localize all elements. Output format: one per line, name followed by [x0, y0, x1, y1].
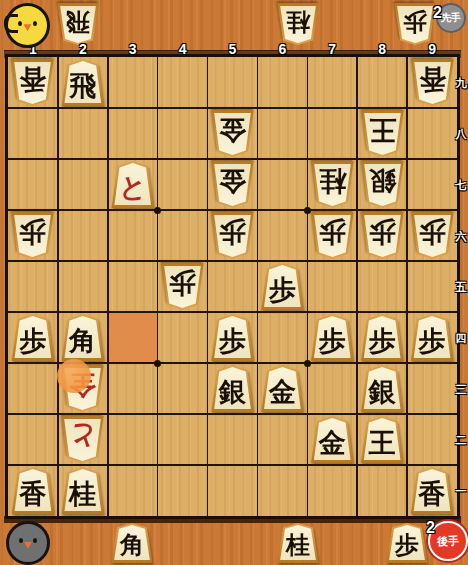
piece-glyph: 金 [210, 110, 255, 157]
piece-glyph: 香 [410, 467, 455, 514]
piece-金-7二[interactable]: 金 [310, 416, 355, 463]
square-3六[interactable] [108, 210, 158, 261]
square-1五[interactable] [8, 261, 58, 312]
file-label-9: 9 [424, 41, 440, 57]
bird-eye [19, 538, 23, 543]
piece-歩-8六[interactable]: 歩 [360, 212, 405, 259]
file-label-3: 3 [125, 41, 141, 57]
square-4九[interactable] [158, 57, 208, 108]
piece-glyph: 銀 [360, 365, 405, 412]
square-7一[interactable] [307, 465, 357, 516]
chick-beak [24, 24, 32, 31]
piece-金-6三[interactable]: 金 [260, 365, 305, 412]
piece-glyph: 金 [310, 416, 355, 463]
piece-glyph: 王 [360, 416, 405, 463]
piece-glyph: 歩 [310, 314, 355, 361]
square-3二[interactable] [108, 414, 158, 465]
square-6二[interactable] [257, 414, 307, 465]
rank-label-2: 八 [455, 127, 467, 142]
last-move-piece-marker [57, 359, 91, 393]
file-label-7: 7 [324, 41, 340, 57]
piece-桂-2一[interactable]: 桂 [60, 467, 105, 514]
board: 香 飛 香 金 王 と [8, 57, 457, 516]
square-3三[interactable] [108, 363, 158, 414]
file-label-5: 5 [225, 41, 241, 57]
hand-piece-gote-桂[interactable]: 桂 [276, 523, 320, 563]
square-9七[interactable] [407, 159, 457, 210]
piece-glyph: 歩 [360, 212, 405, 259]
piece-歩-7四[interactable]: 歩 [310, 314, 355, 361]
piece-歩-5六[interactable]: 歩 [210, 212, 255, 259]
file-label-2: 2 [75, 41, 91, 57]
gote-pawn-count: 2 [426, 519, 435, 537]
piece-glyph: 香 [10, 467, 55, 514]
square-7三[interactable] [307, 363, 357, 414]
piece-歩-8四[interactable]: 歩 [360, 314, 405, 361]
piece-香-1一[interactable]: 香 [10, 467, 55, 514]
piece-銀-8三[interactable]: 銀 [360, 365, 405, 412]
piece-glyph: 歩 [260, 263, 305, 310]
square-6八[interactable] [257, 108, 307, 159]
chick-eye [18, 21, 22, 26]
square-3八[interactable] [108, 108, 158, 159]
square-6六[interactable] [257, 210, 307, 261]
square-5五[interactable] [208, 261, 258, 312]
square-4六[interactable] [158, 210, 208, 261]
rank-label-5: 五 [455, 280, 467, 295]
sente-avatar-chick-icon[interactable] [5, 3, 50, 48]
piece-glyph: 歩 [410, 212, 455, 259]
square-4七[interactable] [158, 159, 208, 210]
piece-歩-5四[interactable]: 歩 [210, 314, 255, 361]
file-label-8: 8 [374, 41, 390, 57]
square-4一[interactable] [158, 465, 208, 516]
piece-glyph: 桂 [276, 3, 320, 45]
piece-glyph: 桂 [276, 523, 320, 563]
rank-label-4: 六 [455, 229, 467, 244]
bird-eye [33, 538, 37, 543]
square-4八[interactable] [158, 108, 208, 159]
square-1二[interactable] [8, 414, 58, 465]
square-4四[interactable] [158, 312, 208, 363]
piece-と-2二[interactable]: と [60, 416, 105, 463]
square-6七[interactable] [257, 159, 307, 210]
file-label-6: 6 [274, 41, 290, 57]
star-point [154, 360, 161, 367]
square-5九[interactable] [208, 57, 258, 108]
square-3五[interactable] [108, 261, 158, 312]
piece-glyph: 飛 [60, 59, 105, 106]
square-1八[interactable] [8, 108, 58, 159]
square-8一[interactable] [357, 465, 407, 516]
piece-glyph: 香 [410, 59, 455, 106]
piece-glyph: 歩 [210, 212, 255, 259]
piece-glyph: 金 [260, 365, 305, 412]
square-9五[interactable] [407, 261, 457, 312]
piece-王-8八[interactable]: 王 [360, 110, 405, 157]
chick-tuft [4, 14, 18, 33]
piece-と-3七[interactable]: と [110, 161, 155, 208]
piece-飛-2九[interactable]: 飛 [60, 59, 105, 106]
piece-歩-6五[interactable]: 歩 [260, 263, 305, 310]
square-1三[interactable] [8, 363, 58, 414]
hand-piece-gote-歩[interactable]: 歩 [385, 523, 429, 563]
piece-glyph: 金 [210, 161, 255, 208]
square-9二[interactable] [407, 414, 457, 465]
square-2八[interactable] [58, 108, 108, 159]
piece-香-9一[interactable]: 香 [410, 467, 455, 514]
piece-歩-9六[interactable]: 歩 [410, 212, 455, 259]
square-9八[interactable] [407, 108, 457, 159]
square-6九[interactable] [257, 57, 307, 108]
piece-glyph: 歩 [160, 263, 205, 310]
piece-glyph: 銀 [360, 161, 405, 208]
square-3四[interactable] [108, 312, 158, 363]
board-bottom-edge [4, 516, 461, 523]
square-9三[interactable] [407, 363, 457, 414]
square-6一[interactable] [257, 465, 307, 516]
square-8五[interactable] [357, 261, 407, 312]
piece-歩-7六[interactable]: 歩 [310, 212, 355, 259]
square-7八[interactable] [307, 108, 357, 159]
piece-glyph: 飛 [56, 3, 100, 45]
piece-glyph: 歩 [10, 212, 55, 259]
piece-歩-1六[interactable]: 歩 [10, 212, 55, 259]
hand-piece-sente-桂[interactable]: 桂 [276, 3, 320, 45]
rank-label-1: 九 [455, 76, 467, 91]
piece-glyph: 角 [110, 523, 154, 563]
piece-歩-4五[interactable]: 歩 [160, 263, 205, 310]
piece-glyph: 桂 [60, 467, 105, 514]
piece-glyph: と [60, 416, 105, 463]
square-4二[interactable] [158, 414, 208, 465]
chick-eye [33, 21, 37, 26]
piece-glyph: 歩 [393, 3, 437, 45]
rank-label-9: 一 [455, 484, 467, 499]
piece-香-9九[interactable]: 香 [410, 59, 455, 106]
piece-glyph: と [110, 161, 155, 208]
piece-glyph: 角 [60, 314, 105, 361]
rank-label-6: 四 [455, 331, 467, 346]
piece-glyph: 銀 [210, 365, 255, 412]
square-2五[interactable] [58, 261, 108, 312]
square-7九[interactable] [307, 57, 357, 108]
piece-金-5八[interactable]: 金 [210, 110, 255, 157]
square-3九[interactable] [108, 57, 158, 108]
square-7五[interactable] [307, 261, 357, 312]
piece-王-8二[interactable]: 王 [360, 416, 405, 463]
square-5一[interactable] [208, 465, 258, 516]
square-6四[interactable] [257, 312, 307, 363]
piece-歩-1四[interactable]: 歩 [10, 314, 55, 361]
piece-角-2四[interactable]: 角 [60, 314, 105, 361]
piece-glyph: 王 [360, 110, 405, 157]
piece-香-1九[interactable]: 香 [10, 59, 55, 106]
piece-銀-8七[interactable]: 銀 [360, 161, 405, 208]
gote-avatar-bird-icon[interactable] [6, 521, 50, 565]
piece-glyph: 香 [10, 59, 55, 106]
piece-金-5七[interactable]: 金 [210, 161, 255, 208]
piece-glyph: 歩 [360, 314, 405, 361]
square-8九[interactable] [357, 57, 407, 108]
piece-桂-7七[interactable]: 桂 [310, 161, 355, 208]
piece-glyph: 歩 [410, 314, 455, 361]
piece-glyph: 歩 [310, 212, 355, 259]
square-2七[interactable] [58, 159, 108, 210]
bird-beak [24, 542, 32, 549]
piece-glyph: 桂 [310, 161, 355, 208]
piece-glyph: 歩 [210, 314, 255, 361]
piece-glyph: 歩 [385, 523, 429, 563]
shogi-app: 先手 2 香 飛 香 金 王 [0, 0, 468, 565]
square-5二[interactable] [208, 414, 258, 465]
rank-label-3: 七 [455, 178, 467, 193]
sente-pawn-count: 2 [433, 4, 442, 22]
piece-glyph: 歩 [10, 314, 55, 361]
square-2六[interactable] [58, 210, 108, 261]
square-1七[interactable] [8, 159, 58, 210]
hand-piece-gote-角[interactable]: 角 [110, 523, 154, 563]
piece-銀-5三[interactable]: 銀 [210, 365, 255, 412]
hand-piece-sente-飛[interactable]: 飛 [56, 3, 100, 45]
rank-label-8: 二 [455, 433, 467, 448]
square-4三[interactable] [158, 363, 208, 414]
rank-label-7: 三 [455, 382, 467, 397]
hand-piece-sente-歩[interactable]: 歩 [393, 3, 437, 45]
file-label-4: 4 [175, 41, 191, 57]
square-3一[interactable] [108, 465, 158, 516]
piece-歩-9四[interactable]: 歩 [410, 314, 455, 361]
